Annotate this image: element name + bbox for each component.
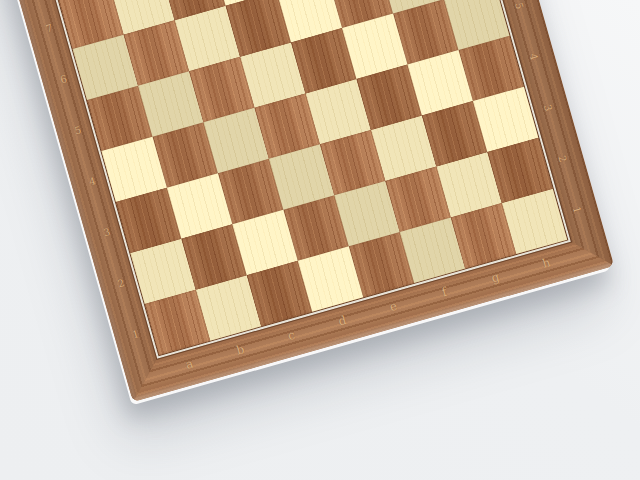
photo-background: abcdefgh1122334455667788 [0, 0, 640, 480]
chess-board: abcdefgh1122334455667788 [0, 0, 614, 402]
